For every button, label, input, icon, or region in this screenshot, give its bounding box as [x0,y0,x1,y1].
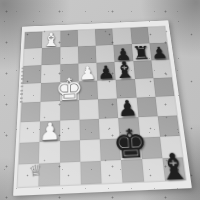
square-c8[interactable] [60,30,78,47]
square-h4[interactable] [155,96,177,116]
square-d7[interactable] [78,46,97,64]
chess-board-sheet: ♝♟♜♟♟♟♝♚♟♟♚♝ ♕ [13,20,192,196]
square-a3[interactable] [20,121,41,142]
piece-white-king-c5[interactable]: ♚ [55,73,84,104]
square-g4[interactable] [136,97,157,117]
square-c3[interactable] [60,120,80,141]
square-f8[interactable] [112,28,131,45]
photo: ♝♟♜♟♟♟♝♚♟♟♚♝ ♕ [0,0,200,200]
piece-black-pawn-h7[interactable]: ♟ [151,45,169,62]
square-d1[interactable] [80,161,101,185]
square-h8[interactable] [147,26,167,43]
square-e8[interactable] [95,29,114,46]
square-a7[interactable] [23,48,42,66]
square-d3[interactable] [79,119,99,140]
piece-white-bishop-b8[interactable]: ♝ [42,31,61,50]
square-d8[interactable] [77,29,95,46]
square-d2[interactable] [80,139,101,161]
square-a6[interactable] [23,65,42,84]
square-c2[interactable] [60,140,81,162]
square-a4[interactable] [21,102,41,122]
piece-white-pawn-b3[interactable]: ♟ [39,120,61,145]
square-e7[interactable] [96,45,115,63]
square-a8[interactable] [24,32,42,49]
piece-black-bishop-f6[interactable]: ♝ [113,59,136,82]
piece-black-rook-g7[interactable]: ♜ [132,44,152,63]
square-g5[interactable] [135,78,156,97]
chess-board: ♝♟♜♟♟♟♝♚♟♟♚♝ [17,26,185,187]
square-h5[interactable] [153,77,174,96]
piece-black-bishop-h1[interactable]: ♝ [156,148,191,185]
square-a5[interactable] [22,83,42,103]
piece-black-pawn-f4[interactable]: ♟ [117,98,139,120]
piece-black-king-f2[interactable]: ♚ [112,124,150,165]
square-e4[interactable] [98,98,118,118]
square-c7[interactable] [60,46,78,64]
square-c1[interactable] [60,162,81,186]
square-h3[interactable] [157,115,179,136]
board-logo-crown-icon: ♕ [28,161,43,181]
